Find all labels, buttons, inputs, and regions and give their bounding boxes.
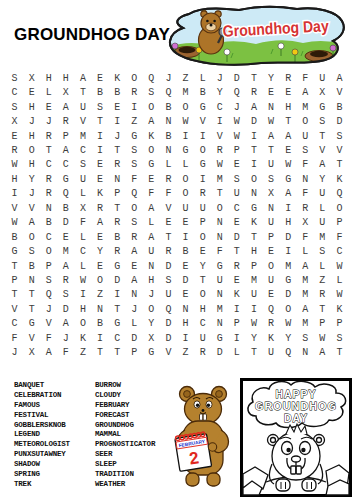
grid-cell[interactable]: M bbox=[245, 273, 262, 287]
grid-cell[interactable]: O bbox=[211, 201, 228, 215]
grid-cell[interactable]: R bbox=[228, 259, 245, 273]
grid-cell[interactable]: U bbox=[143, 244, 160, 258]
grid-cell[interactable]: U bbox=[228, 187, 245, 201]
grid-cell[interactable]: I bbox=[109, 114, 126, 128]
grid-cell[interactable]: H bbox=[23, 129, 40, 143]
grid-cell[interactable]: N bbox=[126, 288, 143, 302]
grid-cell[interactable]: O bbox=[74, 317, 91, 331]
grid-cell[interactable]: Z bbox=[314, 273, 331, 287]
grid-cell[interactable]: N bbox=[40, 201, 57, 215]
grid-cell[interactable]: S bbox=[126, 158, 143, 172]
grid-cell[interactable]: A bbox=[23, 215, 40, 229]
grid-cell[interactable]: F bbox=[143, 187, 160, 201]
grid-cell[interactable]: Y bbox=[23, 172, 40, 186]
grid-cell[interactable]: T bbox=[109, 143, 126, 157]
grid-cell[interactable]: L bbox=[228, 346, 245, 360]
grid-cell[interactable]: R bbox=[6, 143, 23, 157]
grid-cell[interactable]: O bbox=[194, 143, 211, 157]
grid-cell[interactable]: O bbox=[143, 302, 160, 316]
grid-cell[interactable]: O bbox=[143, 143, 160, 157]
grid-cell[interactable]: V bbox=[160, 346, 177, 360]
grid-cell[interactable]: L bbox=[177, 158, 194, 172]
grid-cell[interactable]: W bbox=[228, 114, 245, 128]
grid-cell[interactable]: T bbox=[314, 129, 331, 143]
grid-cell[interactable]: Q bbox=[280, 346, 297, 360]
grid-cell[interactable]: F bbox=[6, 331, 23, 345]
grid-cell[interactable]: Z bbox=[177, 71, 194, 85]
grid-cell[interactable]: R bbox=[109, 215, 126, 229]
grid-cell[interactable]: I bbox=[228, 331, 245, 345]
grid-cell[interactable]: E bbox=[92, 172, 109, 186]
grid-cell[interactable]: F bbox=[57, 346, 74, 360]
grid-cell[interactable]: J bbox=[57, 331, 74, 345]
grid-cell[interactable]: V bbox=[74, 114, 91, 128]
grid-cell[interactable]: I bbox=[177, 331, 194, 345]
grid-cell[interactable]: M bbox=[297, 100, 314, 114]
grid-cell[interactable]: N bbox=[263, 201, 280, 215]
grid-cell[interactable]: P bbox=[245, 259, 262, 273]
grid-cell[interactable]: A bbox=[57, 259, 74, 273]
grid-cell[interactable]: S bbox=[23, 244, 40, 258]
grid-cell[interactable]: T bbox=[109, 201, 126, 215]
grid-cell[interactable]: D bbox=[57, 302, 74, 316]
grid-cell[interactable]: V bbox=[314, 143, 331, 157]
grid-cell[interactable]: W bbox=[331, 288, 348, 302]
grid-cell[interactable]: O bbox=[194, 288, 211, 302]
grid-cell[interactable]: E bbox=[40, 100, 57, 114]
grid-cell[interactable]: K bbox=[331, 302, 348, 316]
grid-cell[interactable]: A bbox=[297, 302, 314, 316]
grid-cell[interactable]: X bbox=[23, 346, 40, 360]
grid-cell[interactable]: S bbox=[314, 114, 331, 128]
grid-cell[interactable]: D bbox=[245, 114, 262, 128]
grid-cell[interactable]: F bbox=[160, 187, 177, 201]
grid-cell[interactable]: E bbox=[228, 273, 245, 287]
grid-cell[interactable]: G bbox=[23, 317, 40, 331]
grid-cell[interactable]: J bbox=[23, 187, 40, 201]
grid-cell[interactable]: T bbox=[92, 346, 109, 360]
grid-cell[interactable]: G bbox=[194, 100, 211, 114]
grid-cell[interactable]: T bbox=[245, 143, 262, 157]
grid-cell[interactable]: V bbox=[331, 85, 348, 99]
grid-cell[interactable]: N bbox=[177, 302, 194, 316]
grid-cell[interactable]: F bbox=[74, 215, 91, 229]
grid-cell[interactable]: U bbox=[177, 201, 194, 215]
grid-cell[interactable]: R bbox=[211, 143, 228, 157]
grid-cell[interactable]: M bbox=[297, 317, 314, 331]
grid-cell[interactable]: I bbox=[109, 288, 126, 302]
grid-cell[interactable]: A bbox=[74, 71, 91, 85]
grid-cell[interactable]: Y bbox=[143, 317, 160, 331]
grid-cell[interactable]: M bbox=[74, 129, 91, 143]
grid-cell[interactable]: R bbox=[314, 288, 331, 302]
grid-cell[interactable]: M bbox=[297, 273, 314, 287]
grid-cell[interactable]: T bbox=[6, 259, 23, 273]
grid-cell[interactable]: B bbox=[331, 100, 348, 114]
grid-cell[interactable]: S bbox=[57, 288, 74, 302]
grid-cell[interactable]: S bbox=[297, 143, 314, 157]
grid-cell[interactable]: T bbox=[6, 288, 23, 302]
grid-cell[interactable]: T bbox=[211, 187, 228, 201]
grid-cell[interactable]: P bbox=[57, 129, 74, 143]
grid-cell[interactable]: N bbox=[23, 273, 40, 287]
grid-cell[interactable]: E bbox=[6, 129, 23, 143]
grid-cell[interactable]: D bbox=[109, 273, 126, 287]
grid-cell[interactable]: H bbox=[194, 302, 211, 316]
grid-cell[interactable]: R bbox=[126, 230, 143, 244]
grid-cell[interactable]: O bbox=[23, 143, 40, 157]
grid-cell[interactable]: U bbox=[263, 346, 280, 360]
grid-cell[interactable]: T bbox=[194, 273, 211, 287]
grid-cell[interactable]: H bbox=[6, 172, 23, 186]
grid-cell[interactable]: B bbox=[194, 85, 211, 99]
grid-cell[interactable]: B bbox=[92, 317, 109, 331]
grid-cell[interactable]: R bbox=[263, 317, 280, 331]
grid-cell[interactable]: I bbox=[177, 129, 194, 143]
grid-cell[interactable]: W bbox=[280, 317, 297, 331]
grid-cell[interactable]: X bbox=[6, 114, 23, 128]
grid-cell[interactable]: X bbox=[297, 215, 314, 229]
grid-cell[interactable]: F bbox=[297, 230, 314, 244]
grid-cell[interactable]: G bbox=[245, 201, 262, 215]
grid-cell[interactable]: D bbox=[177, 273, 194, 287]
grid-cell[interactable]: I bbox=[92, 129, 109, 143]
grid-cell[interactable]: T bbox=[314, 302, 331, 316]
grid-cell[interactable]: I bbox=[6, 187, 23, 201]
grid-cell[interactable]: A bbox=[314, 158, 331, 172]
grid-cell[interactable]: S bbox=[331, 331, 348, 345]
grid-cell[interactable]: K bbox=[228, 288, 245, 302]
grid-cell[interactable]: B bbox=[23, 259, 40, 273]
grid-cell[interactable]: I bbox=[177, 230, 194, 244]
grid-cell[interactable]: E bbox=[177, 259, 194, 273]
grid-cell[interactable]: U bbox=[314, 71, 331, 85]
grid-cell[interactable]: O bbox=[245, 172, 262, 186]
grid-cell[interactable]: X bbox=[23, 71, 40, 85]
grid-cell[interactable]: A bbox=[126, 273, 143, 287]
grid-cell[interactable]: V bbox=[6, 302, 23, 316]
grid-cell[interactable]: A bbox=[297, 85, 314, 99]
grid-cell[interactable]: D bbox=[228, 230, 245, 244]
grid-cell[interactable]: B bbox=[160, 100, 177, 114]
grid-cell[interactable]: C bbox=[57, 158, 74, 172]
grid-cell[interactable]: P bbox=[109, 187, 126, 201]
grid-cell[interactable]: V bbox=[194, 114, 211, 128]
grid-cell[interactable]: S bbox=[126, 215, 143, 229]
grid-cell[interactable]: U bbox=[297, 129, 314, 143]
grid-cell[interactable]: A bbox=[57, 317, 74, 331]
grid-cell[interactable]: O bbox=[126, 71, 143, 85]
grid-cell[interactable]: M bbox=[314, 230, 331, 244]
grid-cell[interactable]: S bbox=[92, 100, 109, 114]
grid-cell[interactable]: A bbox=[331, 71, 348, 85]
grid-cell[interactable]: C bbox=[40, 230, 57, 244]
grid-cell[interactable]: G bbox=[109, 259, 126, 273]
grid-cell[interactable]: W bbox=[6, 215, 23, 229]
grid-cell[interactable]: E bbox=[280, 85, 297, 99]
grid-cell[interactable]: R bbox=[194, 187, 211, 201]
grid-cell[interactable]: Z bbox=[126, 114, 143, 128]
grid-cell[interactable]: S bbox=[297, 331, 314, 345]
grid-cell[interactable]: Y bbox=[245, 331, 262, 345]
grid-cell[interactable]: N bbox=[211, 317, 228, 331]
grid-cell[interactable]: B bbox=[92, 85, 109, 99]
grid-cell[interactable]: O bbox=[297, 114, 314, 128]
grid-cell[interactable]: T bbox=[245, 230, 262, 244]
grid-cell[interactable]: W bbox=[263, 114, 280, 128]
grid-cell[interactable]: D bbox=[160, 259, 177, 273]
grid-cell[interactable]: E bbox=[263, 288, 280, 302]
grid-cell[interactable]: L bbox=[126, 317, 143, 331]
grid-cell[interactable]: X bbox=[314, 85, 331, 99]
grid-cell[interactable]: E bbox=[57, 230, 74, 244]
grid-cell[interactable]: W bbox=[314, 331, 331, 345]
grid-cell[interactable]: L bbox=[314, 259, 331, 273]
grid-cell[interactable]: R bbox=[57, 273, 74, 287]
grid-cell[interactable]: U bbox=[263, 158, 280, 172]
grid-cell[interactable]: I bbox=[92, 331, 109, 345]
grid-cell[interactable]: K bbox=[263, 331, 280, 345]
grid-cell[interactable]: U bbox=[160, 288, 177, 302]
grid-cell[interactable]: C bbox=[109, 331, 126, 345]
grid-cell[interactable]: J bbox=[109, 129, 126, 143]
grid-cell[interactable]: R bbox=[280, 71, 297, 85]
grid-cell[interactable]: Y bbox=[194, 259, 211, 273]
grid-cell[interactable]: C bbox=[74, 143, 91, 157]
grid-cell[interactable]: E bbox=[92, 230, 109, 244]
grid-cell[interactable]: E bbox=[92, 259, 109, 273]
grid-cell[interactable]: H bbox=[245, 244, 262, 258]
grid-cell[interactable]: W bbox=[331, 259, 348, 273]
grid-cell[interactable]: L bbox=[314, 201, 331, 215]
grid-cell[interactable]: K bbox=[109, 71, 126, 85]
grid-cell[interactable]: T bbox=[331, 158, 348, 172]
grid-cell[interactable]: D bbox=[160, 331, 177, 345]
grid-cell[interactable]: N bbox=[211, 230, 228, 244]
grid-cell[interactable]: O bbox=[331, 201, 348, 215]
grid-cell[interactable]: R bbox=[92, 201, 109, 215]
grid-cell[interactable]: E bbox=[143, 172, 160, 186]
grid-cell[interactable]: S bbox=[40, 273, 57, 287]
grid-cell[interactable]: I bbox=[280, 201, 297, 215]
grid-cell[interactable]: E bbox=[263, 85, 280, 99]
grid-cell[interactable]: J bbox=[40, 302, 57, 316]
grid-cell[interactable]: A bbox=[40, 346, 57, 360]
grid-cell[interactable]: I bbox=[245, 302, 262, 316]
grid-cell[interactable]: R bbox=[109, 158, 126, 172]
grid-cell[interactable]: C bbox=[6, 317, 23, 331]
grid-cell[interactable]: L bbox=[331, 273, 348, 287]
grid-cell[interactable]: P bbox=[331, 215, 348, 229]
grid-cell[interactable]: N bbox=[109, 172, 126, 186]
grid-cell[interactable]: I bbox=[92, 143, 109, 157]
grid-cell[interactable]: Q bbox=[228, 85, 245, 99]
grid-cell[interactable]: D bbox=[126, 331, 143, 345]
grid-cell[interactable]: H bbox=[40, 71, 57, 85]
grid-cell[interactable]: R bbox=[57, 114, 74, 128]
grid-cell[interactable]: A bbox=[245, 100, 262, 114]
grid-cell[interactable]: J bbox=[126, 302, 143, 316]
grid-cell[interactable]: V bbox=[211, 129, 228, 143]
grid-cell[interactable]: O bbox=[92, 273, 109, 287]
grid-cell[interactable]: T bbox=[109, 302, 126, 316]
grid-cell[interactable]: Q bbox=[331, 187, 348, 201]
grid-cell[interactable]: E bbox=[23, 85, 40, 99]
grid-cell[interactable]: K bbox=[74, 331, 91, 345]
grid-cell[interactable]: S bbox=[143, 85, 160, 99]
grid-cell[interactable]: J bbox=[160, 71, 177, 85]
grid-cell[interactable]: T bbox=[160, 230, 177, 244]
grid-cell[interactable]: S bbox=[74, 158, 91, 172]
grid-cell[interactable]: F bbox=[297, 71, 314, 85]
grid-cell[interactable]: C bbox=[194, 317, 211, 331]
grid-cell[interactable]: Z bbox=[92, 288, 109, 302]
grid-cell[interactable]: P bbox=[228, 317, 245, 331]
grid-cell[interactable]: L bbox=[297, 244, 314, 258]
grid-cell[interactable]: V bbox=[23, 331, 40, 345]
grid-cell[interactable]: V bbox=[6, 201, 23, 215]
grid-cell[interactable]: G bbox=[177, 143, 194, 157]
grid-cell[interactable]: D bbox=[280, 230, 297, 244]
grid-cell[interactable]: T bbox=[40, 143, 57, 157]
grid-cell[interactable]: W bbox=[6, 158, 23, 172]
grid-cell[interactable]: Q bbox=[57, 187, 74, 201]
grid-cell[interactable]: D bbox=[160, 317, 177, 331]
grid-cell[interactable]: C bbox=[40, 158, 57, 172]
grid-cell[interactable]: L bbox=[143, 215, 160, 229]
grid-cell[interactable]: W bbox=[74, 273, 91, 287]
grid-cell[interactable]: G bbox=[143, 158, 160, 172]
grid-cell[interactable]: S bbox=[6, 71, 23, 85]
grid-cell[interactable]: B bbox=[57, 201, 74, 215]
grid-cell[interactable]: J bbox=[23, 114, 40, 128]
grid-cell[interactable]: S bbox=[331, 129, 348, 143]
grid-cell[interactable]: J bbox=[228, 100, 245, 114]
grid-cell[interactable]: S bbox=[126, 143, 143, 157]
grid-cell[interactable]: G bbox=[280, 172, 297, 186]
grid-cell[interactable]: N bbox=[211, 288, 228, 302]
grid-cell[interactable]: W bbox=[228, 129, 245, 143]
grid-cell[interactable]: O bbox=[177, 187, 194, 201]
grid-cell[interactable]: X bbox=[57, 85, 74, 99]
grid-cell[interactable]: R bbox=[40, 172, 57, 186]
grid-cell[interactable]: U bbox=[74, 100, 91, 114]
grid-cell[interactable]: U bbox=[211, 273, 228, 287]
grid-cell[interactable]: N bbox=[297, 172, 314, 186]
grid-cell[interactable]: L bbox=[194, 71, 211, 85]
grid-cell[interactable]: H bbox=[74, 302, 91, 316]
grid-cell[interactable]: H bbox=[143, 273, 160, 287]
grid-cell[interactable]: R bbox=[297, 201, 314, 215]
grid-cell[interactable]: Z bbox=[177, 346, 194, 360]
grid-cell[interactable]: N bbox=[297, 346, 314, 360]
grid-cell[interactable]: G bbox=[57, 172, 74, 186]
grid-cell[interactable]: A bbox=[143, 230, 160, 244]
grid-cell[interactable]: I bbox=[194, 129, 211, 143]
grid-cell[interactable]: I bbox=[74, 288, 91, 302]
grid-cell[interactable]: T bbox=[109, 346, 126, 360]
grid-cell[interactable]: T bbox=[263, 143, 280, 157]
grid-cell[interactable]: M bbox=[280, 259, 297, 273]
grid-cell[interactable]: O bbox=[126, 201, 143, 215]
grid-cell[interactable]: I bbox=[211, 114, 228, 128]
grid-cell[interactable]: Q bbox=[263, 302, 280, 316]
grid-cell[interactable]: A bbox=[314, 346, 331, 360]
grid-cell[interactable]: G bbox=[109, 317, 126, 331]
grid-cell[interactable]: M bbox=[297, 288, 314, 302]
grid-cell[interactable]: C bbox=[211, 100, 228, 114]
grid-cell[interactable]: B bbox=[109, 85, 126, 99]
grid-cell[interactable]: I bbox=[245, 158, 262, 172]
grid-cell[interactable]: T bbox=[228, 244, 245, 258]
grid-cell[interactable]: A bbox=[143, 114, 160, 128]
grid-cell[interactable]: Y bbox=[314, 172, 331, 186]
grid-cell[interactable]: Q bbox=[143, 71, 160, 85]
grid-cell[interactable]: T bbox=[74, 85, 91, 99]
grid-cell[interactable]: X bbox=[143, 331, 160, 345]
grid-cell[interactable]: R bbox=[245, 85, 262, 99]
grid-cell[interactable]: D bbox=[57, 215, 74, 229]
grid-cell[interactable]: L bbox=[74, 230, 91, 244]
grid-cell[interactable]: U bbox=[245, 288, 262, 302]
grid-cell[interactable]: G bbox=[143, 346, 160, 360]
grid-cell[interactable]: C bbox=[74, 244, 91, 258]
grid-cell[interactable]: E bbox=[228, 215, 245, 229]
grid-cell[interactable]: G bbox=[280, 273, 297, 287]
grid-cell[interactable]: O bbox=[280, 302, 297, 316]
grid-cell[interactable]: U bbox=[314, 215, 331, 229]
grid-cell[interactable]: M bbox=[211, 172, 228, 186]
grid-cell[interactable]: W bbox=[177, 114, 194, 128]
grid-cell[interactable]: S bbox=[160, 273, 177, 287]
grid-cell[interactable]: P bbox=[314, 317, 331, 331]
grid-cell[interactable]: S bbox=[228, 172, 245, 186]
grid-cell[interactable]: E bbox=[263, 244, 280, 258]
grid-cell[interactable]: V bbox=[160, 201, 177, 215]
grid-cell[interactable]: O bbox=[23, 230, 40, 244]
grid-cell[interactable]: Q bbox=[160, 302, 177, 316]
grid-cell[interactable]: T bbox=[23, 288, 40, 302]
grid-cell[interactable]: S bbox=[6, 100, 23, 114]
grid-cell[interactable]: P bbox=[126, 346, 143, 360]
grid-cell[interactable]: F bbox=[297, 158, 314, 172]
grid-cell[interactable]: C bbox=[6, 85, 23, 99]
grid-cell[interactable]: P bbox=[194, 215, 211, 229]
grid-cell[interactable]: A bbox=[57, 143, 74, 157]
grid-cell[interactable]: N bbox=[92, 302, 109, 316]
grid-cell[interactable]: N bbox=[211, 215, 228, 229]
grid-cell[interactable]: B bbox=[160, 129, 177, 143]
grid-cell[interactable]: A bbox=[57, 100, 74, 114]
grid-cell[interactable]: D bbox=[211, 346, 228, 360]
grid-cell[interactable]: M bbox=[57, 244, 74, 258]
grid-cell[interactable]: I bbox=[194, 172, 211, 186]
grid-cell[interactable]: R bbox=[40, 129, 57, 143]
grid-cell[interactable]: L bbox=[74, 187, 91, 201]
grid-cell[interactable]: D bbox=[228, 71, 245, 85]
grid-cell[interactable]: P bbox=[263, 230, 280, 244]
grid-cell[interactable]: U bbox=[194, 201, 211, 215]
grid-cell[interactable]: M bbox=[211, 302, 228, 316]
grid-cell[interactable]: N bbox=[263, 100, 280, 114]
grid-cell[interactable]: E bbox=[280, 143, 297, 157]
grid-cell[interactable]: B bbox=[109, 230, 126, 244]
grid-cell[interactable]: E bbox=[194, 244, 211, 258]
grid-cell[interactable]: F bbox=[211, 244, 228, 258]
grid-cell[interactable]: A bbox=[297, 259, 314, 273]
grid-cell[interactable]: F bbox=[297, 187, 314, 201]
grid-cell[interactable]: E bbox=[92, 158, 109, 172]
